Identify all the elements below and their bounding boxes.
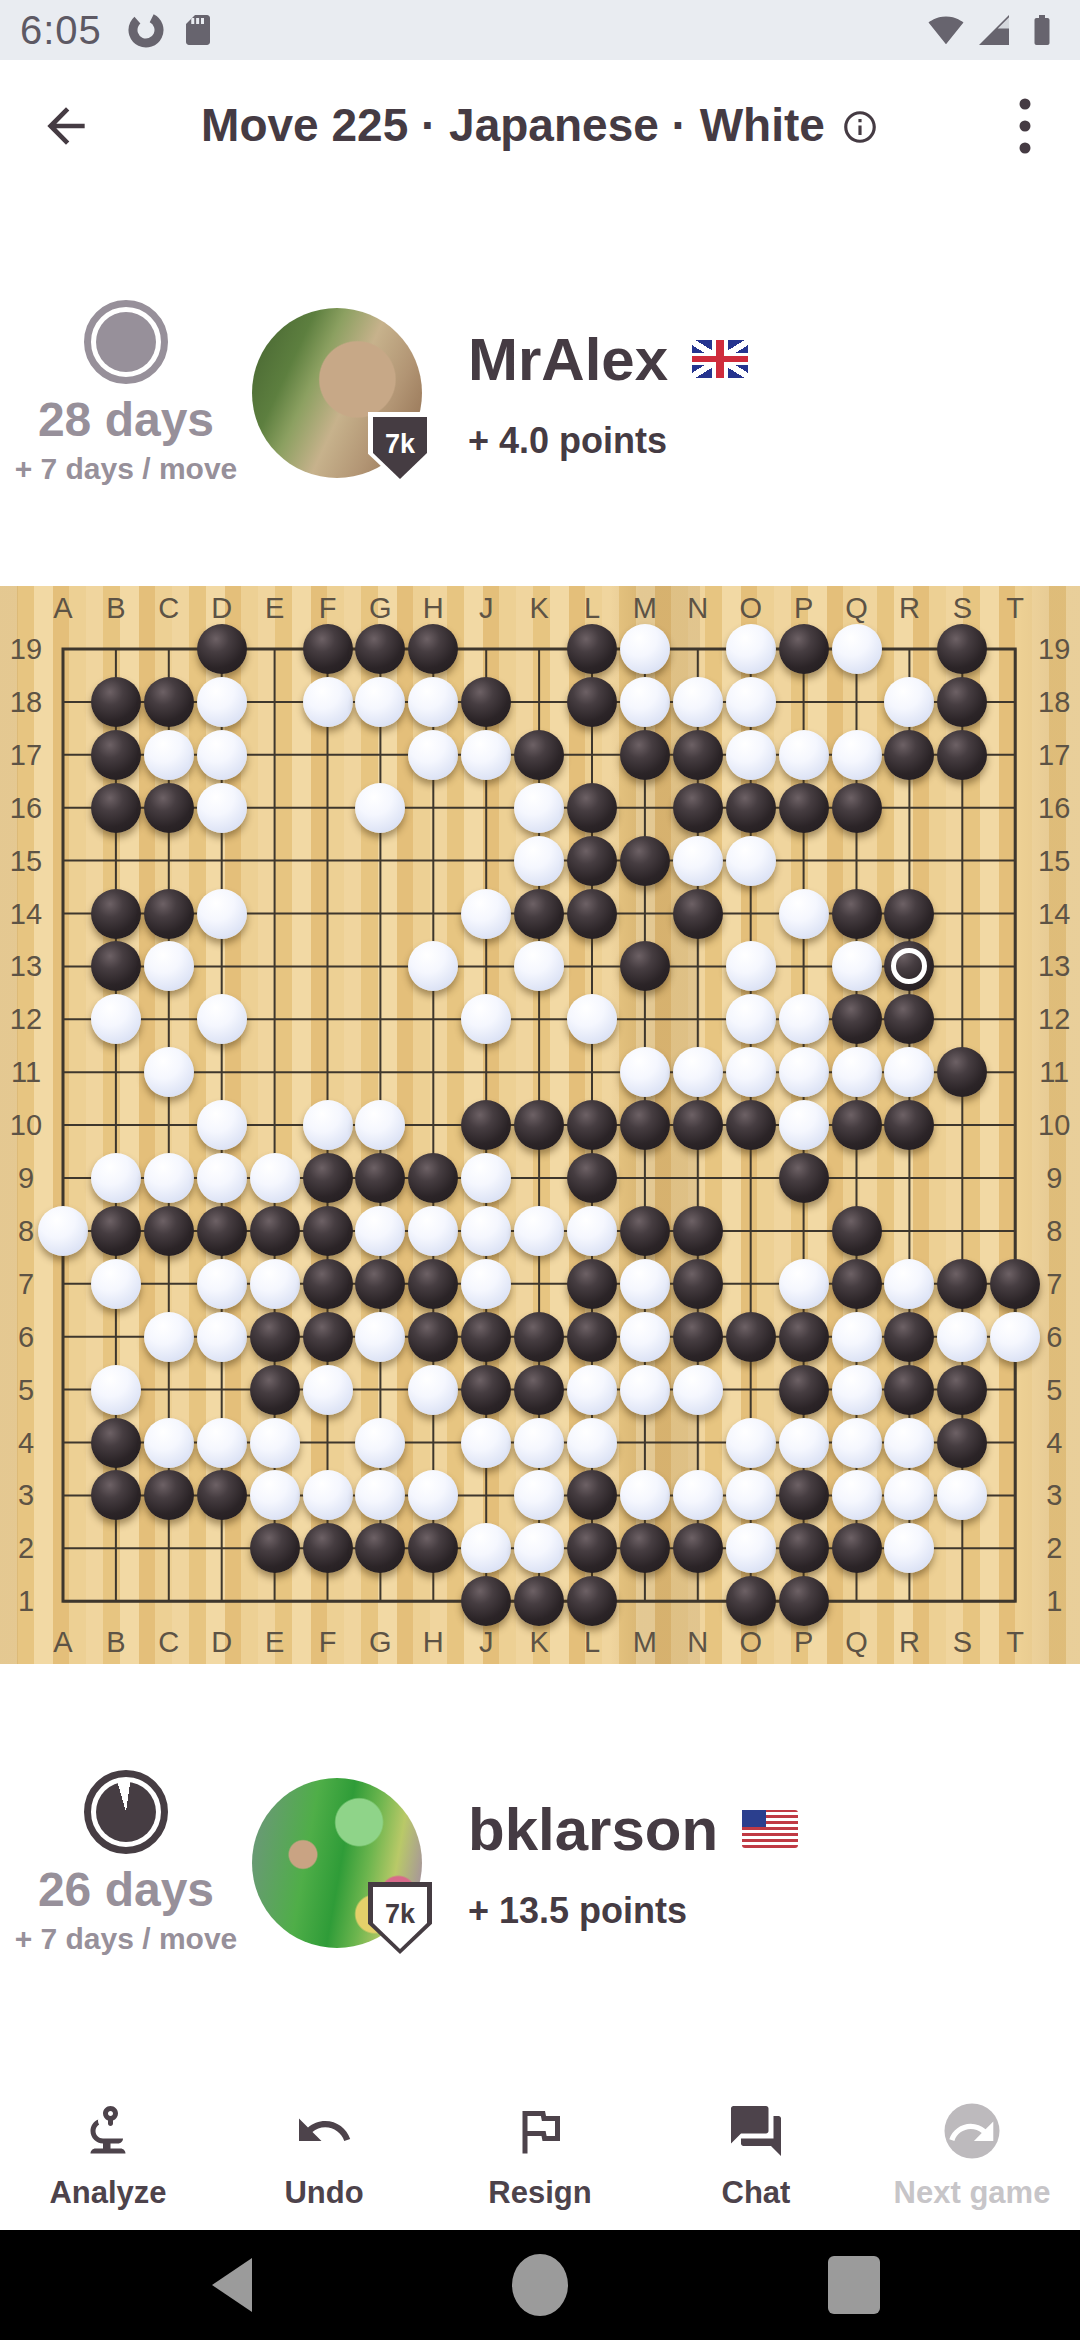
board-coordinate-label: 14 <box>10 898 42 930</box>
white-stone-O11 <box>726 1047 776 1097</box>
board-coordinate-label: 9 <box>1046 1162 1062 1194</box>
board-coordinate-label: 10 <box>10 1109 42 1141</box>
white-stone-E7 <box>250 1259 300 1309</box>
black-stone-C16 <box>144 783 194 833</box>
board-coordinate-label: O <box>739 1626 762 1658</box>
black-stone-F8 <box>303 1206 353 1256</box>
white-stone-J17 <box>461 730 511 780</box>
white-stone-K4 <box>514 1418 564 1468</box>
black-stone-F19 <box>303 624 353 674</box>
board-coordinate-label: 5 <box>18 1374 34 1406</box>
next-game-button[interactable]: Next game <box>864 2082 1080 2230</box>
black-stone-K1 <box>514 1576 564 1626</box>
white-stone-F10 <box>303 1100 353 1150</box>
white-stone-N11 <box>673 1047 723 1097</box>
page-title: Move 225 · Japanese · White <box>0 98 1080 152</box>
board-coordinate-label: S <box>953 592 972 624</box>
black-stone-H6 <box>408 1312 458 1362</box>
black-stone-C14 <box>144 889 194 939</box>
white-stone-M3 <box>620 1470 670 1520</box>
board-coordinate-label: L <box>584 1626 600 1658</box>
black-stone-B17 <box>91 730 141 780</box>
board-coordinate-label: T <box>1006 1626 1024 1658</box>
white-rank-badge: 7k <box>368 412 432 484</box>
chat-bubbles-icon <box>726 2101 786 2161</box>
black-stone-F6 <box>303 1312 353 1362</box>
white-stone-K16 <box>514 783 564 833</box>
black-time-remaining: 26 days <box>0 1864 252 1917</box>
board-coordinate-label: C <box>158 592 179 624</box>
info-icon[interactable] <box>841 108 879 146</box>
black-stone-R6 <box>884 1312 934 1362</box>
black-stone-L6 <box>567 1312 617 1362</box>
board-coordinate-label: C <box>158 1626 179 1658</box>
white-stone-C4 <box>144 1418 194 1468</box>
last-move-marker <box>891 948 927 984</box>
board-coordinate-label: 1 <box>18 1585 34 1617</box>
white-stone-H17 <box>408 730 458 780</box>
white-stone-O18 <box>726 677 776 727</box>
black-stone-B14 <box>91 889 141 939</box>
white-stone-D9 <box>197 1153 247 1203</box>
board-coordinate-label: F <box>319 1626 337 1658</box>
black-stone-B13 <box>91 941 141 991</box>
board-coordinate-label: T <box>1006 592 1024 624</box>
us-flag-icon <box>742 1810 798 1848</box>
black-stone-S4 <box>937 1418 987 1468</box>
board-coordinate-label: 16 <box>10 792 42 824</box>
white-stone-N15 <box>673 836 723 886</box>
board-coordinate-label: 17 <box>1038 739 1070 771</box>
board-coordinate-label: 12 <box>1038 1003 1070 1035</box>
board-coordinate-label: H <box>423 592 444 624</box>
black-stone-B16 <box>91 783 141 833</box>
white-stone-B5 <box>91 1365 141 1415</box>
black-time-increment: + 7 days / move <box>0 1922 252 1956</box>
board-coordinate-label: 7 <box>1046 1268 1062 1300</box>
white-stone-G8 <box>355 1206 405 1256</box>
white-stone-D4 <box>197 1418 247 1468</box>
board-coordinate-label: D <box>211 1626 232 1658</box>
board-coordinate-label: 6 <box>1046 1321 1062 1353</box>
white-stone-J14 <box>461 889 511 939</box>
black-stone-J18 <box>461 677 511 727</box>
black-stone-Q8 <box>832 1206 882 1256</box>
black-stone-S17 <box>937 730 987 780</box>
white-stone-G18 <box>355 677 405 727</box>
black-stone-L2 <box>567 1523 617 1573</box>
sd-card-icon <box>180 12 216 48</box>
board-coordinate-label: 9 <box>18 1162 34 1194</box>
black-stone-E8 <box>250 1206 300 1256</box>
white-stone-K15 <box>514 836 564 886</box>
black-stone-F7 <box>303 1259 353 1309</box>
black-score: + 13.5 points <box>468 1890 798 1932</box>
go-board[interactable]: AA1919BB1818CC1717DD1616EE1515FF1414GG13… <box>0 586 1080 1664</box>
board-coordinate-label: M <box>633 592 657 624</box>
undo-button[interactable]: Undo <box>216 2082 432 2230</box>
board-coordinate-label: 15 <box>10 845 42 877</box>
bottom-toolbar: Analyze Undo Resign Chat Next game <box>0 2082 1080 2230</box>
black-stone-K17 <box>514 730 564 780</box>
black-stone-H19 <box>408 624 458 674</box>
board-coordinate-label: G <box>369 1626 392 1658</box>
board-coordinate-label: 18 <box>1038 686 1070 718</box>
black-stone-K6 <box>514 1312 564 1362</box>
board-coordinate-label: F <box>319 592 337 624</box>
black-stone-L19 <box>567 624 617 674</box>
board-coordinate-label: D <box>211 592 232 624</box>
chat-button[interactable]: Chat <box>648 2082 864 2230</box>
board-coordinate-label: 7 <box>18 1268 34 1300</box>
board-coordinate-label: K <box>529 1626 549 1658</box>
overflow-menu-icon[interactable] <box>1018 96 1032 156</box>
black-stone-N6 <box>673 1312 723 1362</box>
black-stone-L1 <box>567 1576 617 1626</box>
black-stone-S7 <box>937 1259 987 1309</box>
board-coordinate-label: M <box>633 1626 657 1658</box>
black-stone-P2 <box>779 1523 829 1573</box>
flag-icon <box>510 2101 570 2161</box>
board-coordinate-label: 6 <box>18 1321 34 1353</box>
status-bar: 6:05 <box>0 0 1080 60</box>
black-stone-B3 <box>91 1470 141 1520</box>
white-stone-P12 <box>779 994 829 1044</box>
black-stone-E6 <box>250 1312 300 1362</box>
redo-arrow-icon <box>942 2101 1002 2161</box>
white-stone-O17 <box>726 730 776 780</box>
black-stone-P16 <box>779 783 829 833</box>
uk-flag-icon <box>692 340 748 378</box>
white-stone-M5 <box>620 1365 670 1415</box>
black-stone-N7 <box>673 1259 723 1309</box>
white-stone-J9 <box>461 1153 511 1203</box>
black-stone-Q14 <box>832 889 882 939</box>
board-coordinate-label: B <box>106 1626 125 1658</box>
board-coordinate-label: P <box>794 592 813 624</box>
white-player-avatar[interactable]: 7k <box>252 308 422 478</box>
white-stone-R4 <box>884 1418 934 1468</box>
black-stone-H9 <box>408 1153 458 1203</box>
black-stone-O1 <box>726 1576 776 1626</box>
black-stone-N8 <box>673 1206 723 1256</box>
white-stone-M18 <box>620 677 670 727</box>
board-coordinate-label: 4 <box>18 1427 34 1459</box>
board-coordinate-label: 10 <box>1038 1109 1070 1141</box>
black-stone-Q7 <box>832 1259 882 1309</box>
board-coordinate-label: 13 <box>10 950 42 982</box>
black-stone-L9 <box>567 1153 617 1203</box>
board-coordinate-label: S <box>953 1626 972 1658</box>
white-stone-L12 <box>567 994 617 1044</box>
white-stone-Q13 <box>832 941 882 991</box>
white-stone-M11 <box>620 1047 670 1097</box>
black-stone-O16 <box>726 783 776 833</box>
black-stone-M17 <box>620 730 670 780</box>
black-stone-E5 <box>250 1365 300 1415</box>
resign-button[interactable]: Resign <box>432 2082 648 2230</box>
white-stone-Q3 <box>832 1470 882 1520</box>
black-stone-T7 <box>990 1259 1040 1309</box>
white-stone-D16 <box>197 783 247 833</box>
black-stone-P19 <box>779 624 829 674</box>
black-stone-N17 <box>673 730 723 780</box>
white-stone-R18 <box>884 677 934 727</box>
board-coordinate-label: 16 <box>1038 792 1070 824</box>
board-coordinate-label: 3 <box>1046 1479 1062 1511</box>
black-stone-C3 <box>144 1470 194 1520</box>
black-stone-M2 <box>620 1523 670 1573</box>
board-coordinate-label: G <box>369 592 392 624</box>
board-coordinate-label: H <box>423 1626 444 1658</box>
black-stone-P3 <box>779 1470 829 1520</box>
white-player-clock: 28 days + 7 days / move <box>0 300 252 487</box>
wifi-icon <box>928 12 964 48</box>
white-stone-N18 <box>673 677 723 727</box>
white-stone-G4 <box>355 1418 405 1468</box>
black-stone-F2 <box>303 1523 353 1573</box>
white-stone-S6 <box>937 1312 987 1362</box>
cell-signal-icon <box>976 12 1012 48</box>
black-stone-B8 <box>91 1206 141 1256</box>
black-stone-Q16 <box>832 783 882 833</box>
white-stone-C17 <box>144 730 194 780</box>
black-player-name[interactable]: bklarson <box>468 1795 718 1864</box>
black-stone-P5 <box>779 1365 829 1415</box>
analyze-button[interactable]: Analyze <box>0 2082 216 2230</box>
white-stone-E9 <box>250 1153 300 1203</box>
board-coordinate-label: L <box>584 592 600 624</box>
white-stone-D14 <box>197 889 247 939</box>
board-coordinate-label: 8 <box>1046 1215 1062 1247</box>
nav-home-icon[interactable] <box>512 2254 568 2316</box>
black-stone-N14 <box>673 889 723 939</box>
battery-icon <box>1024 12 1060 48</box>
white-stone-B9 <box>91 1153 141 1203</box>
board-coordinate-label: 19 <box>1038 633 1070 665</box>
white-stone-Q19 <box>832 624 882 674</box>
black-stone-J5 <box>461 1365 511 1415</box>
black-stone-P1 <box>779 1576 829 1626</box>
white-stone-D6 <box>197 1312 247 1362</box>
board-coordinate-label: 8 <box>18 1215 34 1247</box>
white-stone-C11 <box>144 1047 194 1097</box>
board-coordinate-label: 15 <box>1038 845 1070 877</box>
board-coordinate-label: 14 <box>1038 898 1070 930</box>
white-stone-Q17 <box>832 730 882 780</box>
white-stone-P17 <box>779 730 829 780</box>
board-coordinate-label: R <box>899 1626 920 1658</box>
board-coordinate-label: 11 <box>1039 1056 1069 1088</box>
white-stone-J8 <box>461 1206 511 1256</box>
black-stone-N16 <box>673 783 723 833</box>
board-coordinate-label: J <box>479 1626 494 1658</box>
black-stone-P6 <box>779 1312 829 1362</box>
white-stone-F3 <box>303 1470 353 1520</box>
black-stone-N2 <box>673 1523 723 1573</box>
black-stone-L14 <box>567 889 617 939</box>
white-stone-A8 <box>38 1206 88 1256</box>
back-arrow-icon[interactable] <box>38 98 94 154</box>
black-stone-S18 <box>937 677 987 727</box>
board-coordinate-label: 3 <box>18 1479 34 1511</box>
white-stone-E4 <box>250 1418 300 1468</box>
board-coordinate-label: 11 <box>11 1056 41 1088</box>
data-saver-icon <box>128 12 164 48</box>
board-coordinate-label: 18 <box>10 686 42 718</box>
white-clock-icon <box>84 300 168 384</box>
black-stone-B18 <box>91 677 141 727</box>
board-coordinate-label: Q <box>845 1626 868 1658</box>
white-stone-F5 <box>303 1365 353 1415</box>
white-stone-D10 <box>197 1100 247 1150</box>
black-stone-M8 <box>620 1206 670 1256</box>
status-time: 6:05 <box>20 8 102 53</box>
board-coordinate-label: O <box>739 592 762 624</box>
white-stone-Q6 <box>832 1312 882 1362</box>
white-score: + 4.0 points <box>468 420 748 462</box>
white-stone-P7 <box>779 1259 829 1309</box>
black-player-clock: 26 days + 7 days / move <box>0 1770 252 1957</box>
white-stone-L5 <box>567 1365 617 1415</box>
black-stone-K5 <box>514 1365 564 1415</box>
white-stone-Q4 <box>832 1418 882 1468</box>
black-stone-M13 <box>620 941 670 991</box>
board-coordinate-label: 2 <box>1046 1532 1062 1564</box>
white-player-row[interactable]: 28 days + 7 days / move 7k MrAlex + 4.0 … <box>0 288 1080 498</box>
white-stone-C13 <box>144 941 194 991</box>
white-stone-L4 <box>567 1418 617 1468</box>
white-player-name[interactable]: MrAlex <box>468 325 668 394</box>
white-stone-H5 <box>408 1365 458 1415</box>
black-stone-K10 <box>514 1100 564 1150</box>
board-coordinate-label: P <box>794 1626 813 1658</box>
white-stone-T6 <box>990 1312 1040 1362</box>
white-stone-M6 <box>620 1312 670 1362</box>
white-stone-J4 <box>461 1418 511 1468</box>
black-stone-B4 <box>91 1418 141 1468</box>
board-coordinate-label: B <box>106 592 125 624</box>
board-coordinate-label: A <box>53 592 73 624</box>
board-coordinate-label: 2 <box>18 1532 34 1564</box>
black-stone-C18 <box>144 677 194 727</box>
board-coordinate-label: E <box>265 592 284 624</box>
board-coordinate-label: 4 <box>1046 1427 1062 1459</box>
white-stone-H8 <box>408 1206 458 1256</box>
game-status-text: Move 225 · Japanese · White <box>201 98 825 152</box>
board-coordinate-label: N <box>687 592 708 624</box>
black-stone-O6 <box>726 1312 776 1362</box>
white-stone-B7 <box>91 1259 141 1309</box>
white-stone-G16 <box>355 783 405 833</box>
black-stone-S5 <box>937 1365 987 1415</box>
black-clock-icon <box>84 1770 168 1854</box>
board-coordinate-label: 1 <box>1046 1585 1062 1617</box>
board-coordinate-label: K <box>529 592 549 624</box>
app-bar: Move 225 · Japanese · White <box>0 60 1080 190</box>
black-stone-Q10 <box>832 1100 882 1150</box>
white-time-increment: + 7 days / move <box>0 452 252 486</box>
black-stone-O10 <box>726 1100 776 1150</box>
black-stone-L7 <box>567 1259 617 1309</box>
black-stone-E2 <box>250 1523 300 1573</box>
white-stone-O2 <box>726 1523 776 1573</box>
white-stone-M19 <box>620 624 670 674</box>
black-stone-D3 <box>197 1470 247 1520</box>
board-coordinate-label: Q <box>845 592 868 624</box>
white-stone-P4 <box>779 1418 829 1468</box>
black-stone-Q12 <box>832 994 882 1044</box>
board-coordinate-label: R <box>899 592 920 624</box>
black-stone-C8 <box>144 1206 194 1256</box>
black-stone-J10 <box>461 1100 511 1150</box>
nav-back-icon[interactable] <box>212 2258 252 2312</box>
white-stone-M7 <box>620 1259 670 1309</box>
black-stone-D19 <box>197 624 247 674</box>
white-stone-P14 <box>779 889 829 939</box>
black-rank-badge: 7k <box>368 1882 432 1954</box>
white-stone-P10 <box>779 1100 829 1150</box>
black-stone-M15 <box>620 836 670 886</box>
white-stone-J7 <box>461 1259 511 1309</box>
white-stone-D12 <box>197 994 247 1044</box>
black-stone-L10 <box>567 1100 617 1150</box>
white-stone-Q11 <box>832 1047 882 1097</box>
black-stone-R17 <box>884 730 934 780</box>
board-coordinate-label: J <box>479 592 494 624</box>
white-stone-O13 <box>726 941 776 991</box>
white-stone-B12 <box>91 994 141 1044</box>
white-stone-D7 <box>197 1259 247 1309</box>
black-stone-L16 <box>567 783 617 833</box>
white-stone-O3 <box>726 1470 776 1520</box>
white-stone-O4 <box>726 1418 776 1468</box>
black-stone-J6 <box>461 1312 511 1362</box>
white-stone-F18 <box>303 677 353 727</box>
undo-arrow-icon <box>294 2101 354 2161</box>
black-stone-N10 <box>673 1100 723 1150</box>
white-stone-N5 <box>673 1365 723 1415</box>
nav-recents-icon[interactable] <box>828 2256 880 2314</box>
white-stone-O19 <box>726 624 776 674</box>
white-stone-D18 <box>197 677 247 727</box>
black-stone-R5 <box>884 1365 934 1415</box>
white-stone-Q5 <box>832 1365 882 1415</box>
white-stone-O15 <box>726 836 776 886</box>
black-stone-L15 <box>567 836 617 886</box>
white-stone-E3 <box>250 1470 300 1520</box>
black-stone-P9 <box>779 1153 829 1203</box>
white-stone-D17 <box>197 730 247 780</box>
white-stone-N3 <box>673 1470 723 1520</box>
white-stone-H18 <box>408 677 458 727</box>
black-stone-H7 <box>408 1259 458 1309</box>
board-coordinate-label: 19 <box>10 633 42 665</box>
white-stone-C9 <box>144 1153 194 1203</box>
black-player-row[interactable]: 26 days + 7 days / move 7k bklarson + 13… <box>0 1758 1080 1968</box>
board-coordinate-label: A <box>53 1626 73 1658</box>
board-coordinate-label: 17 <box>10 739 42 771</box>
black-stone-M10 <box>620 1100 670 1150</box>
black-stone-Q2 <box>832 1523 882 1573</box>
white-stone-P11 <box>779 1047 829 1097</box>
board-coordinate-label: N <box>687 1626 708 1658</box>
black-player-avatar[interactable]: 7k <box>252 1778 422 1948</box>
board-coordinate-label: 5 <box>1046 1374 1062 1406</box>
white-stone-O12 <box>726 994 776 1044</box>
black-stone-L18 <box>567 677 617 727</box>
black-stone-G7 <box>355 1259 405 1309</box>
